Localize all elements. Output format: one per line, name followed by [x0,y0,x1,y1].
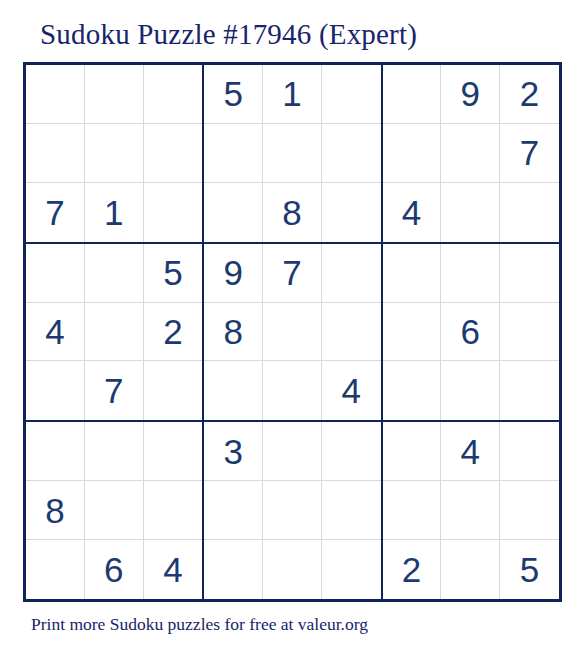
cell-r4c7[interactable] [383,244,442,303]
cell-r4c2[interactable] [85,244,144,303]
footer-text: Print more Sudoku puzzles for free at va… [31,614,368,635]
given-digit: 9 [223,255,242,290]
given-digit: 7 [104,373,123,408]
given-digit: 4 [342,373,361,408]
cell-r9c4[interactable] [204,540,263,599]
cell-r2c8[interactable] [441,124,500,183]
cell-r2c4[interactable] [204,124,263,183]
cell-r3c8[interactable] [441,183,500,242]
cell-r6c9[interactable] [500,361,559,420]
given-digit: 8 [282,195,301,230]
cell-r9c3[interactable]: 4 [144,540,203,599]
cell-r5c2[interactable] [85,303,144,362]
cell-r7c4[interactable]: 3 [204,422,263,481]
cell-r5c1[interactable]: 4 [26,303,85,362]
cell-r1c6[interactable] [322,65,381,124]
cell-r2c7[interactable] [383,124,442,183]
cell-r9c6[interactable] [322,540,381,599]
cell-r9c2[interactable]: 6 [85,540,144,599]
given-digit: 7 [520,135,539,170]
cell-r7c3[interactable] [144,422,203,481]
cell-r6c8[interactable] [441,361,500,420]
given-digit: 7 [45,195,64,230]
cell-r6c2[interactable]: 7 [85,361,144,420]
box-2: 518 [203,64,381,243]
cell-r3c6[interactable] [322,183,381,242]
cell-r8c9[interactable] [500,481,559,540]
cell-r9c7[interactable]: 2 [383,540,442,599]
cell-r2c2[interactable] [85,124,144,183]
cell-r7c2[interactable] [85,422,144,481]
sudoku-board: 7151892745427978468643425 [23,62,562,602]
page: Sudoku Puzzle #17946 (Expert) 7151892745… [0,0,580,651]
cell-r2c5[interactable] [263,124,322,183]
cell-r6c7[interactable] [383,361,442,420]
cell-r5c4[interactable]: 8 [204,303,263,362]
cell-r6c4[interactable] [204,361,263,420]
cell-r6c3[interactable] [144,361,203,420]
given-digit: 9 [461,76,480,111]
cell-r3c4[interactable] [204,183,263,242]
box-6: 6 [382,243,560,422]
cell-r7c9[interactable] [500,422,559,481]
cell-r2c6[interactable] [322,124,381,183]
cell-r8c3[interactable] [144,481,203,540]
cell-r3c1[interactable]: 7 [26,183,85,242]
cell-r1c5[interactable]: 1 [263,65,322,124]
cell-r3c9[interactable] [500,183,559,242]
given-digit: 4 [461,434,480,469]
cell-r8c2[interactable] [85,481,144,540]
box-3: 9274 [382,64,560,243]
cell-r4c5[interactable]: 7 [263,244,322,303]
cell-r8c1[interactable]: 8 [26,481,85,540]
cell-r6c1[interactable] [26,361,85,420]
cell-r6c5[interactable] [263,361,322,420]
cell-r4c4[interactable]: 9 [204,244,263,303]
cell-r5c9[interactable] [500,303,559,362]
given-digit: 4 [45,314,64,349]
given-digit: 5 [163,255,182,290]
cell-r1c9[interactable]: 2 [500,65,559,124]
given-digit: 5 [223,76,242,111]
given-digit: 1 [104,195,123,230]
cell-r7c1[interactable] [26,422,85,481]
cell-r2c1[interactable] [26,124,85,183]
cell-r4c8[interactable] [441,244,500,303]
cell-r3c7[interactable]: 4 [383,183,442,242]
cell-r4c3[interactable]: 5 [144,244,203,303]
cell-r4c1[interactable] [26,244,85,303]
cell-r1c4[interactable]: 5 [204,65,263,124]
cell-r1c3[interactable] [144,65,203,124]
given-digit: 8 [45,493,64,528]
cell-r6c6[interactable]: 4 [322,361,381,420]
box-5: 9784 [203,243,381,422]
cell-r4c9[interactable] [500,244,559,303]
cell-r4c6[interactable] [322,244,381,303]
given-digit: 6 [461,314,480,349]
given-digit: 3 [223,434,242,469]
cell-r2c9[interactable]: 7 [500,124,559,183]
page-title: Sudoku Puzzle #17946 (Expert) [40,18,417,51]
cell-r5c5[interactable] [263,303,322,362]
box-7: 864 [25,421,203,600]
cell-r8c5[interactable] [263,481,322,540]
box-8: 3 [203,421,381,600]
cell-r5c3[interactable]: 2 [144,303,203,362]
cell-r9c1[interactable] [26,540,85,599]
box-1: 71 [25,64,203,243]
cell-r7c5[interactable] [263,422,322,481]
given-digit: 6 [104,552,123,587]
given-digit: 4 [402,195,421,230]
box-4: 5427 [25,243,203,422]
cell-r2c3[interactable] [144,124,203,183]
given-digit: 2 [163,314,182,349]
cell-r9c5[interactable] [263,540,322,599]
cell-r7c6[interactable] [322,422,381,481]
cell-r1c2[interactable] [85,65,144,124]
cell-r9c8[interactable] [441,540,500,599]
cell-r8c7[interactable] [383,481,442,540]
given-digit: 1 [282,76,301,111]
given-digit: 4 [163,552,182,587]
given-digit: 2 [402,552,421,587]
cell-r3c3[interactable] [144,183,203,242]
cell-r8c4[interactable] [204,481,263,540]
given-digit: 8 [223,314,242,349]
cell-r9c9[interactable]: 5 [500,540,559,599]
given-digit: 5 [520,552,539,587]
box-9: 425 [382,421,560,600]
cell-r1c7[interactable] [383,65,442,124]
cell-r5c7[interactable] [383,303,442,362]
cell-r3c5[interactable]: 8 [263,183,322,242]
cell-r8c8[interactable] [441,481,500,540]
cell-r7c7[interactable] [383,422,442,481]
cell-r1c1[interactable] [26,65,85,124]
cell-r7c8[interactable]: 4 [441,422,500,481]
cell-r5c8[interactable]: 6 [441,303,500,362]
cell-r1c8[interactable]: 9 [441,65,500,124]
given-digit: 7 [282,255,301,290]
cell-r5c6[interactable] [322,303,381,362]
cell-r8c6[interactable] [322,481,381,540]
cell-r3c2[interactable]: 1 [85,183,144,242]
given-digit: 2 [520,76,539,111]
